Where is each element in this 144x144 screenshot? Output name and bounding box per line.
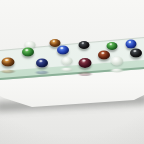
marble-amber-0[interactable] [2,58,15,67]
marble-reflection [111,69,123,73]
marble-blue-12[interactable] [126,40,137,49]
marble-clear-11[interactable] [111,57,123,66]
marble-layer [0,0,144,144]
marble-maroon-8[interactable] [79,58,92,68]
marble-green-2[interactable] [22,48,34,57]
marble-blue-5[interactable] [57,46,69,55]
marble-green-10[interactable] [107,42,118,50]
marble-red-brown-9[interactable] [98,51,110,60]
marble-reflection [79,72,92,76]
marble-black-13[interactable] [130,49,142,58]
marble-reflection [62,68,73,72]
marble-clear-6[interactable] [62,57,73,65]
marble-black-7[interactable] [79,41,90,49]
scene [0,0,144,144]
marble-reflection [36,71,48,75]
marble-reflection [2,70,15,74]
marble-navy-3[interactable] [36,59,48,68]
